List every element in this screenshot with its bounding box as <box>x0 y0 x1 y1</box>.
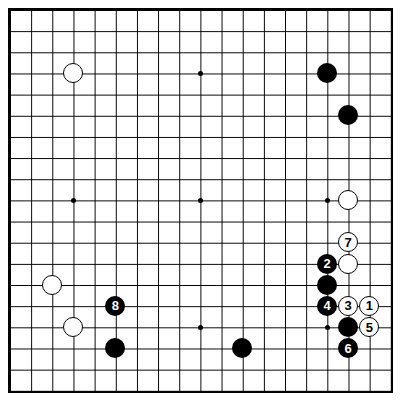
stone-black-q6 <box>317 275 337 295</box>
stone-white-r10 <box>338 190 358 210</box>
star-point <box>198 198 203 203</box>
stone-white-r7 <box>338 254 358 274</box>
stone-white-move-1: 1 <box>359 296 379 316</box>
stone-black-move-8: 8 <box>105 296 125 316</box>
stone-white-move-5: 5 <box>359 317 379 337</box>
go-diagram-page: 72843156 <box>0 0 400 400</box>
stone-black-move-6: 6 <box>338 338 358 358</box>
star-point <box>325 325 330 330</box>
stone-white-d16 <box>63 63 83 83</box>
stone-black-m3 <box>232 338 252 358</box>
star-point <box>325 198 330 203</box>
stone-black-q16 <box>317 63 337 83</box>
stone-white-c6 <box>42 275 62 295</box>
stone-white-move-3: 3 <box>338 296 358 316</box>
stone-black-r4 <box>338 317 358 337</box>
star-point <box>198 325 203 330</box>
go-board: 72843156 <box>8 8 393 393</box>
stone-white-d4 <box>63 317 83 337</box>
stone-black-move-4: 4 <box>317 296 337 316</box>
stone-black-r14 <box>338 105 358 125</box>
star-point <box>198 71 203 76</box>
star-point <box>71 198 76 203</box>
stone-black-f3 <box>105 338 125 358</box>
stone-white-move-7: 7 <box>338 232 358 252</box>
stone-black-move-2: 2 <box>317 254 337 274</box>
